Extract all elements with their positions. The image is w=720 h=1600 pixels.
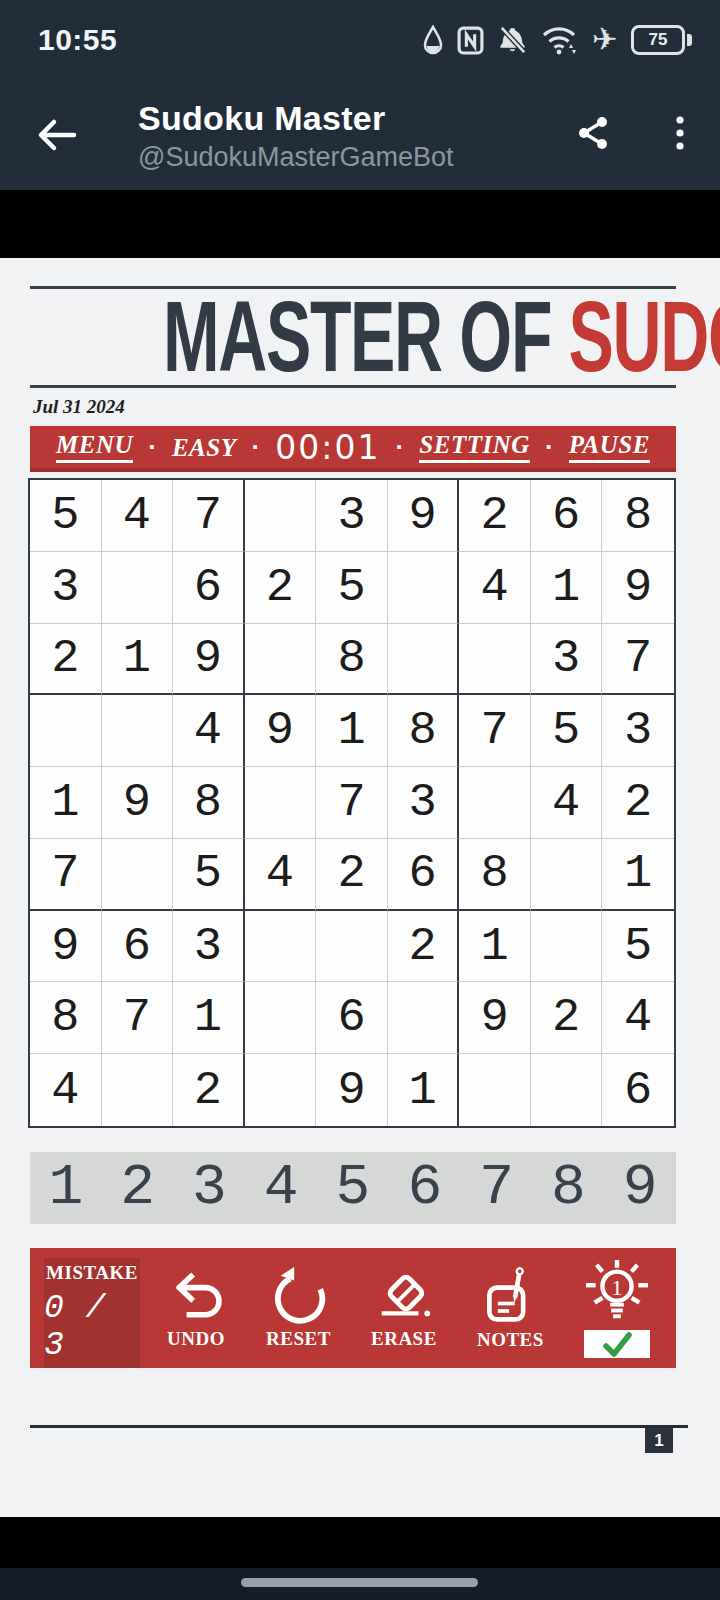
- masthead-title-dark: MASTER OF: [163, 280, 569, 392]
- sudoku-cell-r2c7[interactable]: 4: [459, 552, 531, 624]
- battery-icon: 75: [631, 25, 692, 55]
- sudoku-board: 5473926836254192198374918753198734275426…: [28, 478, 676, 1128]
- notes-icon: [480, 1266, 540, 1326]
- sudoku-cell-r4c7[interactable]: 7: [459, 695, 531, 767]
- numpad-key-3[interactable]: 3: [174, 1152, 246, 1224]
- footer-rule: [30, 1425, 688, 1428]
- status-bar: 10:55: [0, 0, 720, 80]
- sudoku-cell-r3c5[interactable]: 8: [316, 624, 388, 696]
- menu-separator: ·: [252, 434, 261, 460]
- sudoku-cell-r5c4[interactable]: [245, 767, 317, 839]
- mistake-value: 0 / 3: [44, 1290, 140, 1364]
- sudoku-cell-r9c3[interactable]: 2: [173, 1054, 245, 1126]
- sudoku-cell-r9c8[interactable]: [531, 1054, 603, 1126]
- app-bar: Sudoku Master @SudokuMasterGameBot: [0, 80, 720, 190]
- sudoku-cell-r1c5[interactable]: 3: [316, 480, 388, 552]
- share-button[interactable]: [576, 115, 612, 155]
- mistake-counter: MISTAKE 0 / 3: [44, 1258, 140, 1368]
- status-time: 10:55: [38, 23, 117, 57]
- sudoku-cell-r9c2[interactable]: [102, 1054, 174, 1126]
- hint-button[interactable]: 1: [584, 1258, 650, 1358]
- gesture-pill[interactable]: [241, 1578, 478, 1587]
- sudoku-cell-r7c3[interactable]: 3: [173, 911, 245, 983]
- chat-username: @SudokuMasterGameBot: [138, 142, 454, 172]
- sudoku-cell-r6c1[interactable]: 7: [30, 839, 102, 911]
- sudoku-cell-r4c1[interactable]: [30, 695, 102, 767]
- water-drop-icon: [422, 25, 444, 55]
- three-dot-menu-icon: [676, 115, 684, 151]
- gesture-nav-bar: [0, 1568, 720, 1600]
- sudoku-cell-r6c7[interactable]: 8: [459, 839, 531, 911]
- sudoku-cell-r2c9[interactable]: 9: [602, 552, 674, 624]
- sudoku-cell-r9c5[interactable]: 9: [316, 1054, 388, 1126]
- reset-icon: [270, 1267, 328, 1325]
- sudoku-cell-r7c9[interactable]: 5: [602, 911, 674, 983]
- numpad-key-2[interactable]: 2: [102, 1152, 174, 1224]
- sudoku-cell-r6c5[interactable]: 2: [316, 839, 388, 911]
- battery-nub: [687, 34, 692, 46]
- sudoku-cell-r1c3[interactable]: 7: [173, 480, 245, 552]
- overflow-menu-button[interactable]: [676, 115, 684, 155]
- sudoku-cell-r3c4[interactable]: [245, 624, 317, 696]
- numpad-key-1[interactable]: 1: [30, 1152, 102, 1224]
- chat-title-block[interactable]: Sudoku Master @SudokuMasterGameBot: [138, 99, 454, 172]
- masthead-title: MASTER OF SUDOKU: [0, 288, 720, 384]
- hint-confirm-box: [584, 1330, 650, 1358]
- notes-label: NOTES: [477, 1329, 544, 1351]
- sudoku-cell-r6c9[interactable]: 1: [602, 839, 674, 911]
- share-icon: [576, 115, 612, 151]
- game-menu-bar: MENU · EASY · 00:01 · SETTING · PAUSE: [30, 426, 676, 472]
- erase-label: ERASE: [371, 1328, 437, 1350]
- menu-separator: ·: [396, 434, 405, 460]
- hint-count: 1: [584, 1275, 650, 1301]
- setting-button[interactable]: SETTING: [419, 432, 529, 463]
- sudoku-cell-r8c5[interactable]: 6: [316, 982, 388, 1054]
- sudoku-cell-r6c8[interactable]: [531, 839, 603, 911]
- sudoku-cell-r3c9[interactable]: 7: [602, 624, 674, 696]
- sudoku-cell-r4c3[interactable]: 4: [173, 695, 245, 767]
- sudoku-cell-r2c6[interactable]: [388, 552, 460, 624]
- mistake-label: MISTAKE: [46, 1262, 138, 1284]
- numpad-key-6[interactable]: 6: [389, 1152, 461, 1224]
- masthead-title-red: SUDOKU: [569, 280, 720, 392]
- menu-button[interactable]: MENU: [56, 432, 133, 463]
- sudoku-cell-r9c4[interactable]: [245, 1054, 317, 1126]
- eraser-icon: [373, 1267, 435, 1325]
- sudoku-cell-r7c5[interactable]: [316, 911, 388, 983]
- sudoku-cell-r4c5[interactable]: 1: [316, 695, 388, 767]
- sudoku-cell-r3c2[interactable]: 1: [102, 624, 174, 696]
- app-bar-actions: [576, 115, 684, 155]
- back-arrow-icon: [36, 118, 78, 152]
- sudoku-cell-r3c8[interactable]: 3: [531, 624, 603, 696]
- numpad-key-4[interactable]: 4: [245, 1152, 317, 1224]
- hint-bulb: 1: [584, 1258, 650, 1328]
- battery-level: 75: [631, 25, 685, 55]
- sudoku-cell-r5c8[interactable]: 4: [531, 767, 603, 839]
- sudoku-cell-r9c1[interactable]: 4: [30, 1054, 102, 1126]
- sudoku-cell-r1c2[interactable]: 4: [102, 480, 174, 552]
- bell-muted-icon: [497, 25, 528, 56]
- reset-label: RESET: [266, 1328, 331, 1350]
- sudoku-cell-r3c1[interactable]: 2: [30, 624, 102, 696]
- undo-label: UNDO: [167, 1328, 225, 1350]
- chat-title: Sudoku Master: [138, 99, 454, 137]
- sudoku-cell-r8c8[interactable]: 2: [531, 982, 603, 1054]
- date-label: Jul 31 2024: [33, 396, 125, 418]
- sudoku-cell-r3c6[interactable]: [388, 624, 460, 696]
- game-toolbar: MISTAKE 0 / 3 UNDO RESET: [30, 1248, 676, 1368]
- status-icons: ✈ 75: [422, 23, 692, 57]
- sudoku-cell-r9c7[interactable]: [459, 1054, 531, 1126]
- sudoku-cell-r6c6[interactable]: 6: [388, 839, 460, 911]
- menu-separator: ·: [545, 434, 554, 460]
- numpad-key-7[interactable]: 7: [461, 1152, 533, 1224]
- sudoku-cell-r1c9[interactable]: 8: [602, 480, 674, 552]
- phone-screen: 10:55: [0, 0, 720, 1600]
- airplane-mode-icon: ✈: [592, 25, 618, 55]
- sudoku-cell-r1c6[interactable]: 9: [388, 480, 460, 552]
- sudoku-cell-r5c6[interactable]: 3: [388, 767, 460, 839]
- sudoku-cell-r6c2[interactable]: [102, 839, 174, 911]
- sudoku-cell-r5c7[interactable]: [459, 767, 531, 839]
- nfc-icon: [457, 26, 484, 55]
- sudoku-cell-r7c7[interactable]: 1: [459, 911, 531, 983]
- numpad-key-9[interactable]: 9: [604, 1152, 676, 1224]
- check-icon: [602, 1331, 632, 1358]
- sudoku-cell-r6c4[interactable]: 4: [245, 839, 317, 911]
- undo-icon: [166, 1267, 226, 1325]
- sudoku-cell-r7c6[interactable]: 2: [388, 911, 460, 983]
- numpad-key-5[interactable]: 5: [317, 1152, 389, 1224]
- sudoku-cell-r2c2[interactable]: [102, 552, 174, 624]
- sudoku-cell-r8c9[interactable]: 4: [602, 982, 674, 1054]
- difficulty-label: EASY: [172, 435, 237, 460]
- sudoku-cell-r8c6[interactable]: [388, 982, 460, 1054]
- sudoku-cell-r9c9[interactable]: 6: [602, 1054, 674, 1126]
- sudoku-cell-r4c6[interactable]: 8: [388, 695, 460, 767]
- top-bar: 10:55: [0, 0, 720, 190]
- sudoku-cell-r5c9[interactable]: 2: [602, 767, 674, 839]
- sudoku-cell-r5c5[interactable]: 7: [316, 767, 388, 839]
- notes-button[interactable]: NOTES: [477, 1266, 544, 1351]
- sudoku-cell-r3c7[interactable]: [459, 624, 531, 696]
- letterbox-top: [0, 190, 720, 258]
- sudoku-cell-r4c8[interactable]: 5: [531, 695, 603, 767]
- back-button[interactable]: [34, 115, 80, 155]
- sudoku-cell-r1c8[interactable]: 6: [531, 480, 603, 552]
- wifi-icon: [541, 23, 579, 57]
- sudoku-cell-r8c7[interactable]: 9: [459, 982, 531, 1054]
- sudoku-cell-r5c3[interactable]: 8: [173, 767, 245, 839]
- footer-badge: 1: [645, 1428, 673, 1453]
- tool-buttons: UNDO RESET ERASE: [140, 1248, 676, 1368]
- sudoku-cell-r8c3[interactable]: 1: [173, 982, 245, 1054]
- game-canvas: MASTER OF SUDOKU Jul 31 2024 MENU · EASY…: [0, 258, 720, 1517]
- sudoku-cell-r7c8[interactable]: [531, 911, 603, 983]
- sudoku-cell-r2c5[interactable]: 5: [316, 552, 388, 624]
- sudoku-cell-r9c6[interactable]: 1: [388, 1054, 460, 1126]
- number-pad: 123456789: [30, 1152, 676, 1224]
- sudoku-cell-r1c4[interactable]: [245, 480, 317, 552]
- sudoku-cell-r5c1[interactable]: 1: [30, 767, 102, 839]
- sudoku-cell-r8c4[interactable]: [245, 982, 317, 1054]
- pause-button[interactable]: PAUSE: [569, 432, 650, 463]
- sudoku-cell-r7c2[interactable]: 6: [102, 911, 174, 983]
- erase-button[interactable]: ERASE: [371, 1267, 437, 1350]
- masthead-rule-bottom: [30, 385, 676, 388]
- reset-button[interactable]: RESET: [266, 1267, 331, 1350]
- sudoku-cell-r5c2[interactable]: 9: [102, 767, 174, 839]
- menu-separator: ·: [148, 434, 157, 460]
- sudoku-cell-r2c1[interactable]: 3: [30, 552, 102, 624]
- sudoku-cell-r6c3[interactable]: 5: [173, 839, 245, 911]
- sudoku-cell-r2c3[interactable]: 6: [173, 552, 245, 624]
- game-timer: 00:01: [275, 431, 380, 464]
- sudoku-cell-r1c1[interactable]: 5: [30, 480, 102, 552]
- numpad-key-8[interactable]: 8: [532, 1152, 604, 1224]
- undo-button[interactable]: UNDO: [166, 1267, 226, 1350]
- sudoku-cell-r8c1[interactable]: 8: [30, 982, 102, 1054]
- sudoku-cell-r4c4[interactable]: 9: [245, 695, 317, 767]
- sudoku-cell-r3c3[interactable]: 9: [173, 624, 245, 696]
- sudoku-cell-r2c4[interactable]: 2: [245, 552, 317, 624]
- sudoku-cell-r4c2[interactable]: [102, 695, 174, 767]
- sudoku-cell-r1c7[interactable]: 2: [459, 480, 531, 552]
- sudoku-cell-r8c2[interactable]: 7: [102, 982, 174, 1054]
- sudoku-cell-r2c8[interactable]: 1: [531, 552, 603, 624]
- sudoku-cell-r7c1[interactable]: 9: [30, 911, 102, 983]
- sudoku-cell-r4c9[interactable]: 3: [602, 695, 674, 767]
- sudoku-cell-r7c4[interactable]: [245, 911, 317, 983]
